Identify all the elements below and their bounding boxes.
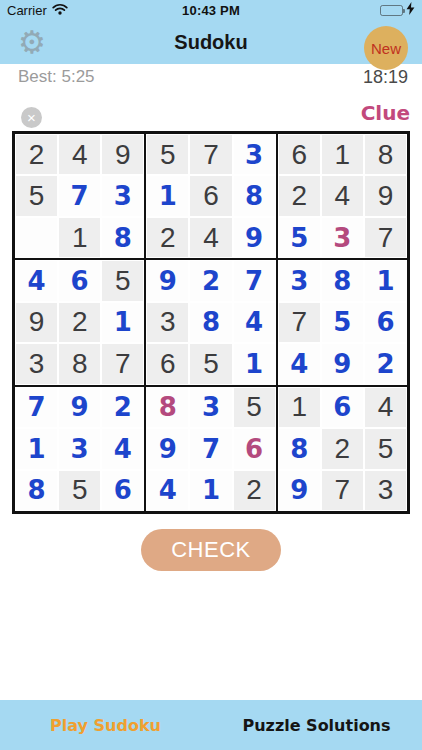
sudoku-block: 573168249 xyxy=(145,133,276,259)
sudoku-cell-r6c5[interactable]: 5 xyxy=(190,344,231,383)
sudoku-cell-r9c8[interactable]: 7 xyxy=(322,471,363,510)
sudoku-cell-r5c7[interactable]: 7 xyxy=(279,303,320,342)
tab-puzzle-solutions[interactable]: Puzzle Solutions xyxy=(211,700,422,750)
clue-button[interactable]: Clue xyxy=(361,101,410,125)
sudoku-cell-r1c1[interactable]: 2 xyxy=(16,135,57,174)
check-button[interactable]: CHECK xyxy=(141,529,281,571)
sudoku-cell-r5c2[interactable]: 2 xyxy=(59,303,100,342)
bottom-tab-bar: Play SudokuPuzzle Solutions xyxy=(0,700,422,750)
sudoku-cell-r4c5[interactable]: 2 xyxy=(190,261,231,300)
sudoku-cell-r4c7[interactable]: 3 xyxy=(279,261,320,300)
sudoku-block: 465921387 xyxy=(14,259,145,385)
sudoku-cell-r3c2[interactable]: 1 xyxy=(59,218,100,257)
clock-label: 10:43 PM xyxy=(182,3,240,18)
sudoku-cell-r3c8[interactable]: 3 xyxy=(322,218,363,257)
sudoku-block: 618249537 xyxy=(277,133,408,259)
sudoku-cell-r5c9[interactable]: 6 xyxy=(365,303,406,342)
sudoku-cell-r4c9[interactable]: 1 xyxy=(365,261,406,300)
sudoku-cell-r5c8[interactable]: 5 xyxy=(322,303,363,342)
sudoku-cell-r9c1[interactable]: 8 xyxy=(16,471,57,510)
charging-bolt-icon xyxy=(406,2,415,18)
sudoku-cell-r1c9[interactable]: 8 xyxy=(365,135,406,174)
sudoku-cell-r6c9[interactable]: 2 xyxy=(365,344,406,383)
sudoku-cell-r4c2[interactable]: 6 xyxy=(59,261,100,300)
sudoku-cell-r1c2[interactable]: 4 xyxy=(59,135,100,174)
sudoku-cell-r5c1[interactable]: 9 xyxy=(16,303,57,342)
sudoku-cell-r1c7[interactable]: 6 xyxy=(279,135,320,174)
sudoku-cell-r8c3[interactable]: 4 xyxy=(102,429,143,468)
sudoku-cell-r9c4[interactable]: 4 xyxy=(147,471,188,510)
sudoku-cell-r4c3[interactable]: 5 xyxy=(102,261,143,300)
sudoku-cell-r4c4[interactable]: 9 xyxy=(147,261,188,300)
sudoku-cell-r1c8[interactable]: 1 xyxy=(322,135,363,174)
new-game-button[interactable]: New xyxy=(364,26,408,70)
sudoku-block: 835976412 xyxy=(145,386,276,512)
settings-gear-icon[interactable]: ⚙ xyxy=(18,25,46,59)
sudoku-cell-r3c5[interactable]: 4 xyxy=(190,218,231,257)
sudoku-block: 381756492 xyxy=(277,259,408,385)
sudoku-cell-r1c3[interactable]: 9 xyxy=(102,135,143,174)
sudoku-cell-r3c6[interactable]: 9 xyxy=(234,218,275,257)
sudoku-cell-r1c5[interactable]: 7 xyxy=(190,135,231,174)
best-time-label: Best: 5:25 xyxy=(18,67,95,87)
sudoku-cell-r6c7[interactable]: 4 xyxy=(279,344,320,383)
wifi-icon xyxy=(52,3,68,18)
sudoku-block: 792134856 xyxy=(14,386,145,512)
sudoku-cell-r9c3[interactable]: 6 xyxy=(102,471,143,510)
sudoku-cell-r7c7[interactable]: 1 xyxy=(279,388,320,427)
sudoku-cell-r7c9[interactable]: 4 xyxy=(365,388,406,427)
sudoku-cell-r8c8[interactable]: 2 xyxy=(322,429,363,468)
sudoku-cell-r6c1[interactable]: 3 xyxy=(16,344,57,383)
sudoku-cell-r8c4[interactable]: 9 xyxy=(147,429,188,468)
sudoku-cell-r9c7[interactable]: 9 xyxy=(279,471,320,510)
sudoku-cell-r5c3[interactable]: 1 xyxy=(102,303,143,342)
sudoku-cell-r3c1[interactable] xyxy=(16,218,57,257)
sudoku-app-screen: Carrier 10:43 PM xyxy=(0,0,422,750)
sudoku-cell-r6c8[interactable]: 9 xyxy=(322,344,363,383)
sudoku-cell-r7c2[interactable]: 9 xyxy=(59,388,100,427)
sudoku-cell-r7c8[interactable]: 6 xyxy=(322,388,363,427)
sudoku-cell-r6c2[interactable]: 8 xyxy=(59,344,100,383)
sudoku-block: 927384651 xyxy=(145,259,276,385)
status-bar: Carrier 10:43 PM xyxy=(0,0,422,20)
sudoku-cell-r3c7[interactable]: 5 xyxy=(279,218,320,257)
sudoku-cell-r2c4[interactable]: 1 xyxy=(147,176,188,215)
sudoku-cell-r1c4[interactable]: 5 xyxy=(147,135,188,174)
sudoku-cell-r5c4[interactable]: 3 xyxy=(147,303,188,342)
sudoku-cell-r2c6[interactable]: 8 xyxy=(234,176,275,215)
sudoku-cell-r2c2[interactable]: 7 xyxy=(59,176,100,215)
sudoku-cell-r8c6[interactable]: 6 xyxy=(234,429,275,468)
sudoku-block: 164825973 xyxy=(277,386,408,512)
sudoku-cell-r2c5[interactable]: 6 xyxy=(190,176,231,215)
nav-bar: ⚙ Sudoku xyxy=(0,20,422,64)
sudoku-cell-r7c5[interactable]: 3 xyxy=(190,388,231,427)
sudoku-cell-r7c1[interactable]: 7 xyxy=(16,388,57,427)
sudoku-cell-r8c7[interactable]: 8 xyxy=(279,429,320,468)
sudoku-cell-r8c2[interactable]: 3 xyxy=(59,429,100,468)
sudoku-block: 24957318 xyxy=(14,133,145,259)
sudoku-cell-r2c3[interactable]: 3 xyxy=(102,176,143,215)
sudoku-cell-r7c4[interactable]: 8 xyxy=(147,388,188,427)
sudoku-cell-r4c6[interactable]: 7 xyxy=(234,261,275,300)
sudoku-cell-r6c3[interactable]: 7 xyxy=(102,344,143,383)
carrier-label: Carrier xyxy=(7,3,47,18)
sudoku-cell-r4c1[interactable]: 4 xyxy=(16,261,57,300)
sudoku-cell-r5c6[interactable]: 4 xyxy=(234,303,275,342)
battery-icon xyxy=(380,5,403,16)
sudoku-cell-r9c5[interactable]: 1 xyxy=(190,471,231,510)
sudoku-cell-r5c5[interactable]: 8 xyxy=(190,303,231,342)
sudoku-cell-r4c8[interactable]: 8 xyxy=(322,261,363,300)
sudoku-board: 2495731857316824961824953746592138792738… xyxy=(12,131,410,514)
top-bars: Carrier 10:43 PM xyxy=(0,0,422,64)
sudoku-cell-r2c8[interactable]: 4 xyxy=(322,176,363,215)
sudoku-cell-r2c9[interactable]: 9 xyxy=(365,176,406,215)
page-title: Sudoku xyxy=(174,31,247,54)
sudoku-cell-r2c1[interactable]: 5 xyxy=(16,176,57,215)
sudoku-cell-r1c6[interactable]: 3 xyxy=(234,135,275,174)
sudoku-cell-r7c6[interactable]: 5 xyxy=(234,388,275,427)
sudoku-cell-r8c9[interactable]: 5 xyxy=(365,429,406,468)
sudoku-cell-r9c6[interactable]: 2 xyxy=(234,471,275,510)
sudoku-cell-r9c9[interactable]: 3 xyxy=(365,471,406,510)
sudoku-cell-r6c6[interactable]: 1 xyxy=(234,344,275,383)
sudoku-cell-r2c7[interactable]: 2 xyxy=(279,176,320,215)
sudoku-cell-r3c3[interactable]: 8 xyxy=(102,218,143,257)
sudoku-cell-r3c9[interactable]: 7 xyxy=(365,218,406,257)
sudoku-cell-r8c1[interactable]: 1 xyxy=(16,429,57,468)
sudoku-cell-r6c4[interactable]: 6 xyxy=(147,344,188,383)
sudoku-cell-r7c3[interactable]: 2 xyxy=(102,388,143,427)
sudoku-cell-r9c2[interactable]: 5 xyxy=(59,471,100,510)
sudoku-cell-r3c4[interactable]: 2 xyxy=(147,218,188,257)
close-button[interactable]: × xyxy=(21,107,42,128)
stats-row: Best: 5:25 18:19 xyxy=(0,64,422,90)
sudoku-cell-r8c5[interactable]: 7 xyxy=(190,429,231,468)
tab-play-sudoku[interactable]: Play Sudoku xyxy=(0,700,211,750)
